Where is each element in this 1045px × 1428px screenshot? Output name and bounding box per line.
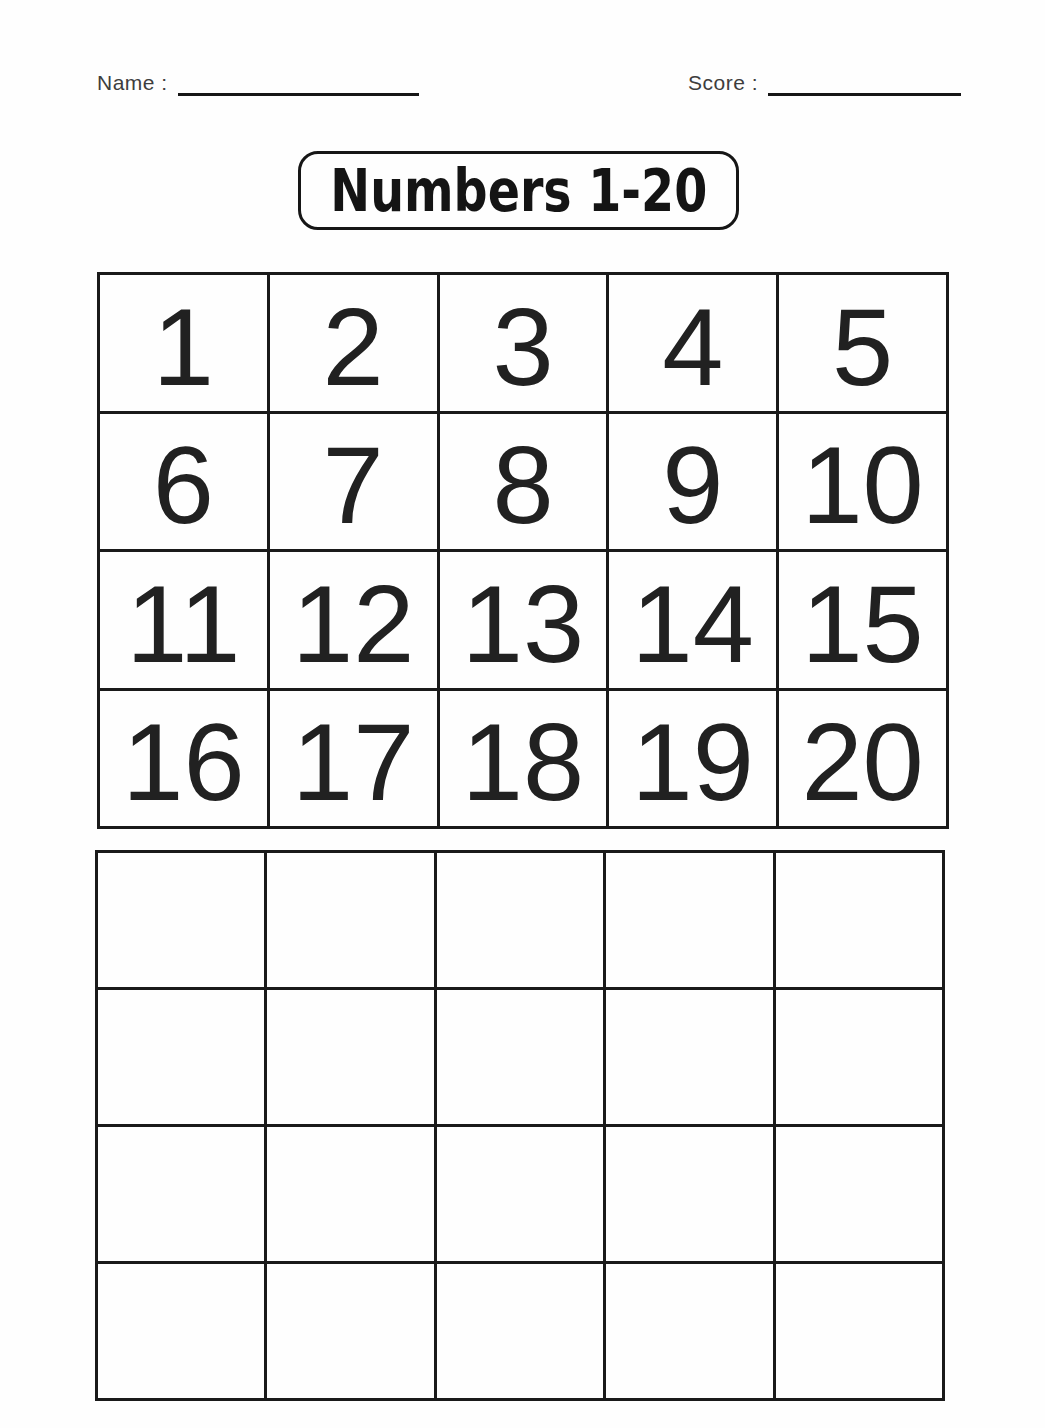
page-title: Numbers 1-20 [330,157,707,225]
score-field: Score : [688,70,961,96]
number-cell-12: 12 [270,552,437,688]
number-cell-18: 18 [440,691,607,827]
score-write-line[interactable] [768,70,961,96]
name-label: Name : [97,70,168,96]
practice-cell-12[interactable] [267,1127,433,1261]
number-cell-3: 3 [440,275,607,411]
practice-cell-17[interactable] [267,1264,433,1398]
number-cell-11: 11 [100,552,267,688]
number-cell-2: 2 [270,275,437,411]
title-box: Numbers 1-20 [298,151,739,230]
number-cell-9: 9 [609,414,776,550]
practice-cell-20[interactable] [776,1264,942,1398]
practice-cell-10[interactable] [776,990,942,1124]
practice-cell-2[interactable] [267,853,433,987]
practice-cell-15[interactable] [776,1127,942,1261]
practice-cell-18[interactable] [437,1264,603,1398]
practice-cell-16[interactable] [98,1264,264,1398]
practice-cell-6[interactable] [98,990,264,1124]
practice-cell-1[interactable] [98,853,264,987]
practice-cell-5[interactable] [776,853,942,987]
name-field: Name : [97,70,419,96]
practice-cell-19[interactable] [606,1264,772,1398]
number-cell-19: 19 [609,691,776,827]
practice-cell-11[interactable] [98,1127,264,1261]
number-cell-16: 16 [100,691,267,827]
practice-cell-13[interactable] [437,1127,603,1261]
number-cell-20: 20 [779,691,946,827]
number-cell-17: 17 [270,691,437,827]
number-cell-5: 5 [779,275,946,411]
number-cell-8: 8 [440,414,607,550]
numbers-grid: 1234567891011121314151617181920 [97,272,949,829]
name-write-line[interactable] [178,70,419,96]
number-cell-15: 15 [779,552,946,688]
practice-cell-7[interactable] [267,990,433,1124]
number-cell-14: 14 [609,552,776,688]
number-cell-7: 7 [270,414,437,550]
practice-cell-8[interactable] [437,990,603,1124]
number-cell-6: 6 [100,414,267,550]
number-cell-10: 10 [779,414,946,550]
score-label: Score : [688,70,758,96]
practice-cell-14[interactable] [606,1127,772,1261]
number-cell-4: 4 [609,275,776,411]
practice-grid [95,850,945,1401]
practice-cell-3[interactable] [437,853,603,987]
number-cell-1: 1 [100,275,267,411]
practice-cell-4[interactable] [606,853,772,987]
practice-cell-9[interactable] [606,990,772,1124]
number-cell-13: 13 [440,552,607,688]
